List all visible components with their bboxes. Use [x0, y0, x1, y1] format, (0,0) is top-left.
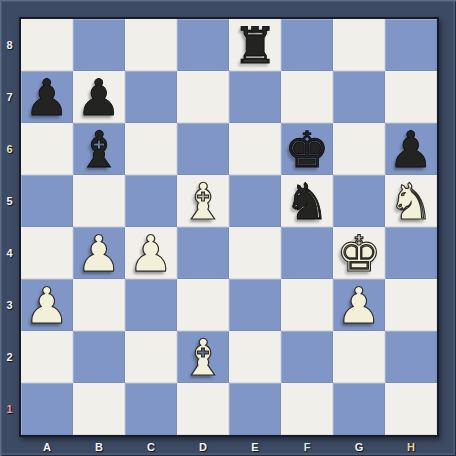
rank-label-7: 7 — [0, 71, 19, 123]
square-h3[interactable] — [385, 279, 437, 331]
square-c7[interactable] — [125, 71, 177, 123]
square-f3[interactable] — [281, 279, 333, 331]
square-d3[interactable] — [177, 279, 229, 331]
square-e1[interactable] — [229, 383, 281, 435]
square-g8[interactable] — [333, 19, 385, 71]
square-b4[interactable]: ♟ — [73, 227, 125, 279]
black-king[interactable]: ♚ — [285, 124, 330, 176]
white-pawn[interactable]: ♟ — [77, 228, 122, 280]
square-b1[interactable] — [73, 383, 125, 435]
square-e4[interactable] — [229, 227, 281, 279]
square-d4[interactable] — [177, 227, 229, 279]
square-f7[interactable] — [281, 71, 333, 123]
square-e2[interactable] — [229, 331, 281, 383]
square-c8[interactable] — [125, 19, 177, 71]
square-h7[interactable] — [385, 71, 437, 123]
square-h8[interactable] — [385, 19, 437, 71]
black-bishop[interactable]: ♝ — [77, 124, 122, 176]
rank-label-1: 1 — [0, 383, 19, 435]
square-a7[interactable]: ♟ — [21, 71, 73, 123]
file-label-b: B — [73, 439, 125, 455]
square-c3[interactable] — [125, 279, 177, 331]
rank-label-2: 2 — [0, 331, 19, 383]
square-a4[interactable] — [21, 227, 73, 279]
white-pawn[interactable]: ♟ — [25, 280, 70, 332]
file-label-f: F — [281, 439, 333, 455]
file-label-c: C — [125, 439, 177, 455]
black-pawn[interactable]: ♟ — [25, 72, 70, 124]
square-b3[interactable] — [73, 279, 125, 331]
square-f4[interactable] — [281, 227, 333, 279]
chessboard-frame: ♜♟♟♝♚♟♝♞♞♟♟♚♟♟♝ 87654321ABCDEFGH — [0, 0, 456, 456]
square-h6[interactable]: ♟ — [385, 123, 437, 175]
square-e6[interactable] — [229, 123, 281, 175]
rank-label-8: 8 — [0, 19, 19, 71]
square-c2[interactable] — [125, 331, 177, 383]
black-pawn[interactable]: ♟ — [389, 124, 434, 176]
square-g4[interactable]: ♚ — [333, 227, 385, 279]
rank-label-4: 4 — [0, 227, 19, 279]
file-label-h: H — [385, 439, 437, 455]
square-a8[interactable] — [21, 19, 73, 71]
square-d6[interactable] — [177, 123, 229, 175]
square-h2[interactable] — [385, 331, 437, 383]
square-c6[interactable] — [125, 123, 177, 175]
square-f5[interactable]: ♞ — [281, 175, 333, 227]
square-e7[interactable] — [229, 71, 281, 123]
square-d7[interactable] — [177, 71, 229, 123]
square-h4[interactable] — [385, 227, 437, 279]
file-label-d: D — [177, 439, 229, 455]
white-knight[interactable]: ♞ — [389, 176, 434, 228]
chess-board: ♜♟♟♝♚♟♝♞♞♟♟♚♟♟♝ — [19, 17, 439, 437]
white-king[interactable]: ♚ — [337, 228, 382, 280]
rank-label-3: 3 — [0, 279, 19, 331]
square-a5[interactable] — [21, 175, 73, 227]
square-h5[interactable]: ♞ — [385, 175, 437, 227]
square-d1[interactable] — [177, 383, 229, 435]
rank-label-6: 6 — [0, 123, 19, 175]
square-a6[interactable] — [21, 123, 73, 175]
square-g7[interactable] — [333, 71, 385, 123]
square-a1[interactable] — [21, 383, 73, 435]
square-f1[interactable] — [281, 383, 333, 435]
file-label-e: E — [229, 439, 281, 455]
square-c4[interactable]: ♟ — [125, 227, 177, 279]
white-bishop[interactable]: ♝ — [181, 332, 226, 384]
square-e8[interactable]: ♜ — [229, 19, 281, 71]
square-b8[interactable] — [73, 19, 125, 71]
square-b5[interactable] — [73, 175, 125, 227]
square-c5[interactable] — [125, 175, 177, 227]
black-knight[interactable]: ♞ — [285, 176, 330, 228]
square-e3[interactable] — [229, 279, 281, 331]
square-d5[interactable]: ♝ — [177, 175, 229, 227]
square-g2[interactable] — [333, 331, 385, 383]
white-pawn[interactable]: ♟ — [337, 280, 382, 332]
square-g3[interactable]: ♟ — [333, 279, 385, 331]
file-label-g: G — [333, 439, 385, 455]
square-f2[interactable] — [281, 331, 333, 383]
square-d8[interactable] — [177, 19, 229, 71]
square-c1[interactable] — [125, 383, 177, 435]
square-g1[interactable] — [333, 383, 385, 435]
square-f6[interactable]: ♚ — [281, 123, 333, 175]
square-d2[interactable]: ♝ — [177, 331, 229, 383]
rank-label-5: 5 — [0, 175, 19, 227]
square-a2[interactable] — [21, 331, 73, 383]
square-f8[interactable] — [281, 19, 333, 71]
square-b7[interactable]: ♟ — [73, 71, 125, 123]
file-label-a: A — [21, 439, 73, 455]
square-g6[interactable] — [333, 123, 385, 175]
black-pawn[interactable]: ♟ — [77, 72, 122, 124]
square-b2[interactable] — [73, 331, 125, 383]
black-rook[interactable]: ♜ — [233, 20, 278, 72]
white-pawn[interactable]: ♟ — [129, 228, 174, 280]
white-bishop[interactable]: ♝ — [181, 176, 226, 228]
square-g5[interactable] — [333, 175, 385, 227]
square-b6[interactable]: ♝ — [73, 123, 125, 175]
square-h1[interactable] — [385, 383, 437, 435]
square-a3[interactable]: ♟ — [21, 279, 73, 331]
square-e5[interactable] — [229, 175, 281, 227]
